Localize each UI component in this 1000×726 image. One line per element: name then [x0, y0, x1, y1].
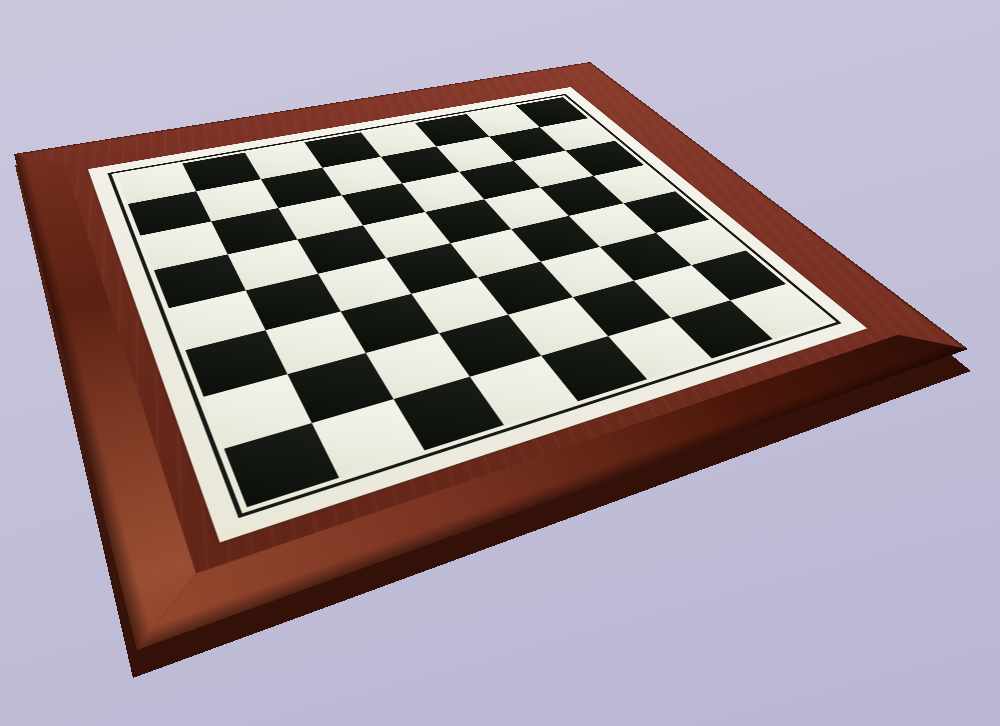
chess-board [14, 62, 968, 650]
board-margin [88, 87, 867, 542]
board-frame [14, 62, 968, 650]
photo-background [0, 0, 1000, 726]
